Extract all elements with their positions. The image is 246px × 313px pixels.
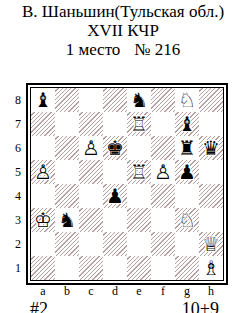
square-f6 xyxy=(151,136,175,160)
piece-bB-a8: ♝ xyxy=(34,88,52,112)
board-area: 87654321 ♝♞♘♖♝♙♚♜♛♙♖♙♟♟♔♞♘♕♗ xyxy=(10,83,246,285)
square-a7 xyxy=(31,112,55,136)
square-d2 xyxy=(103,232,127,256)
file-label-d: d xyxy=(103,285,127,298)
board-frame: ♝♞♘♖♝♙♚♜♛♙♖♙♟♟♔♞♘♕♗ xyxy=(26,83,228,285)
square-c6: ♙ xyxy=(79,136,103,160)
piece-bP-g5: ♟ xyxy=(178,160,196,184)
file-label-g: g xyxy=(175,285,199,298)
square-c3 xyxy=(79,208,103,232)
piece-bK-d6: ♚ xyxy=(106,136,124,160)
rank-label-8: 8 xyxy=(10,88,26,112)
square-h4 xyxy=(199,184,223,208)
piece-bQ-h6: ♛ xyxy=(202,136,220,160)
square-g8: ♘ xyxy=(175,88,199,112)
square-d8 xyxy=(103,88,127,112)
square-f8 xyxy=(151,88,175,112)
board-frame-inner: ♝♞♘♖♝♙♚♜♛♙♖♙♟♟♔♞♘♕♗ xyxy=(30,87,224,281)
square-b5 xyxy=(55,160,79,184)
square-h6: ♛ xyxy=(199,136,223,160)
piece-bP-d4: ♟ xyxy=(106,184,124,208)
square-g5: ♟ xyxy=(175,160,199,184)
square-e6 xyxy=(127,136,151,160)
piece-wR-e7: ♖ xyxy=(130,112,148,136)
piece-wQ-h2: ♕ xyxy=(202,232,220,256)
square-b6 xyxy=(55,136,79,160)
square-g2 xyxy=(175,232,199,256)
square-b2 xyxy=(55,232,79,256)
square-a6 xyxy=(31,136,55,160)
piece-wK-a3: ♔ xyxy=(34,208,52,232)
rank-label-5: 5 xyxy=(10,160,26,184)
material-count: 10+9 xyxy=(182,299,219,313)
event-line: XVII КЧР xyxy=(0,21,246,40)
file-label-h: h xyxy=(199,285,223,298)
square-e4 xyxy=(127,184,151,208)
piece-wR-e5: ♖ xyxy=(130,160,148,184)
square-c8 xyxy=(79,88,103,112)
square-e3 xyxy=(127,208,151,232)
square-e2 xyxy=(127,232,151,256)
rank-label-2: 2 xyxy=(10,232,26,256)
square-g7: ♝ xyxy=(175,112,199,136)
square-b3: ♞ xyxy=(55,208,79,232)
chess-problem-page: В. Шаньшин(Тульская обл.) XVII КЧР 1 мес… xyxy=(0,0,246,313)
rank-label-3: 3 xyxy=(10,208,26,232)
piece-bN-e8: ♞ xyxy=(130,88,148,112)
caption: #2 10+9 xyxy=(26,299,228,313)
square-b7 xyxy=(55,112,79,136)
square-e7: ♖ xyxy=(127,112,151,136)
piece-bB-g7: ♝ xyxy=(178,112,196,136)
square-b1 xyxy=(55,256,79,280)
square-g1 xyxy=(175,256,199,280)
square-f3 xyxy=(151,208,175,232)
square-f4 xyxy=(151,184,175,208)
file-label-b: b xyxy=(55,285,79,298)
square-h2: ♕ xyxy=(199,232,223,256)
square-f2 xyxy=(151,232,175,256)
square-h5 xyxy=(199,160,223,184)
piece-wN-g3: ♘ xyxy=(178,208,196,232)
header: В. Шаньшин(Тульская обл.) XVII КЧР 1 мес… xyxy=(0,0,246,59)
square-g3: ♘ xyxy=(175,208,199,232)
stipulation: #2 xyxy=(30,299,48,313)
square-e8: ♞ xyxy=(127,88,151,112)
author-line: В. Шаньшин(Тульская обл.) xyxy=(0,2,246,21)
piece-wP-c6: ♙ xyxy=(82,136,100,160)
piece-wP-f5: ♙ xyxy=(154,160,172,184)
problem-number: № 216 xyxy=(134,40,180,59)
square-d1 xyxy=(103,256,127,280)
square-b4 xyxy=(55,184,79,208)
square-c1 xyxy=(79,256,103,280)
square-b8 xyxy=(55,88,79,112)
file-label-a: a xyxy=(31,285,55,298)
award-text: 1 место xyxy=(66,40,121,59)
square-e1 xyxy=(127,256,151,280)
rank-label-1: 1 xyxy=(10,256,26,280)
square-d7 xyxy=(103,112,127,136)
square-a4 xyxy=(31,184,55,208)
file-label-c: c xyxy=(79,285,103,298)
square-c7 xyxy=(79,112,103,136)
square-c2 xyxy=(79,232,103,256)
piece-wB-h1: ♗ xyxy=(202,256,220,280)
file-label-f: f xyxy=(151,285,175,298)
square-e5: ♖ xyxy=(127,160,151,184)
square-d6: ♚ xyxy=(103,136,127,160)
piece-wN-g8: ♘ xyxy=(178,88,196,112)
rank-labels: 87654321 xyxy=(10,83,26,280)
square-f5: ♙ xyxy=(151,160,175,184)
square-h7 xyxy=(199,112,223,136)
square-c5 xyxy=(79,160,103,184)
square-f1 xyxy=(151,256,175,280)
rank-label-4: 4 xyxy=(10,184,26,208)
chess-board: ♝♞♘♖♝♙♚♜♛♙♖♙♟♟♔♞♘♕♗ xyxy=(31,88,223,280)
square-a8: ♝ xyxy=(31,88,55,112)
square-h1: ♗ xyxy=(199,256,223,280)
square-d4: ♟ xyxy=(103,184,127,208)
piece-bR-g6: ♜ xyxy=(178,136,196,160)
rank-label-7: 7 xyxy=(10,112,26,136)
file-labels: abcdefgh xyxy=(31,285,246,298)
square-d3 xyxy=(103,208,127,232)
square-a5: ♙ xyxy=(31,160,55,184)
piece-wP-a5: ♙ xyxy=(34,160,52,184)
square-c4 xyxy=(79,184,103,208)
file-label-e: e xyxy=(127,285,151,298)
square-h3 xyxy=(199,208,223,232)
rank-label-6: 6 xyxy=(10,136,26,160)
award-line: 1 место№ 216 xyxy=(0,40,246,59)
square-a2 xyxy=(31,232,55,256)
square-a3: ♔ xyxy=(31,208,55,232)
piece-bN-b3: ♞ xyxy=(58,208,76,232)
square-f7 xyxy=(151,112,175,136)
square-d5 xyxy=(103,160,127,184)
square-g6: ♜ xyxy=(175,136,199,160)
square-g4 xyxy=(175,184,199,208)
square-a1 xyxy=(31,256,55,280)
square-h8 xyxy=(199,88,223,112)
